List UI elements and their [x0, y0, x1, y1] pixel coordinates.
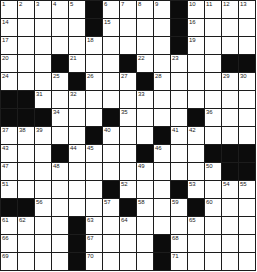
- black-cell-r9c14: [222, 145, 238, 162]
- cell-r5c8[interactable]: 27: [120, 73, 136, 90]
- clue-number-70: 70: [87, 253, 94, 260]
- cell-r1c10[interactable]: 9: [154, 1, 170, 18]
- cell-r8c8[interactable]: [120, 127, 136, 144]
- clue-number-64: 64: [121, 217, 128, 224]
- cell-r13c11[interactable]: [171, 217, 187, 234]
- clue-number-41: 41: [172, 127, 179, 134]
- clue-number-1: 1: [2, 1, 5, 8]
- cell-r11c10[interactable]: [154, 181, 170, 198]
- cell-r4c3[interactable]: [35, 55, 51, 72]
- clue-number-22: 22: [138, 55, 145, 62]
- cell-r1c1[interactable]: 1: [1, 1, 17, 18]
- cell-r1c15[interactable]: 13: [239, 1, 255, 18]
- cell-r11c1[interactable]: 51: [1, 181, 17, 198]
- clue-number-45: 45: [87, 145, 94, 152]
- clue-number-43: 43: [2, 145, 9, 152]
- cell-r13c7[interactable]: [103, 217, 119, 234]
- cell-r7c6[interactable]: [86, 109, 102, 126]
- cell-r13c10[interactable]: [154, 217, 170, 234]
- clue-number-17: 17: [2, 37, 9, 44]
- cell-r15c1[interactable]: 69: [1, 253, 17, 270]
- cell-r11c4[interactable]: [52, 181, 68, 198]
- clue-number-5: 5: [70, 1, 73, 8]
- clue-number-33: 33: [138, 91, 145, 98]
- cell-r13c8[interactable]: 64: [120, 217, 136, 234]
- clue-number-32: 32: [70, 91, 77, 98]
- clue-number-35: 35: [121, 109, 128, 116]
- crossword-grid: 1234567891011121314151617181920212223242…: [0, 0, 256, 271]
- black-cell-r2c6: [86, 19, 102, 36]
- cell-r14c4[interactable]: [52, 235, 68, 252]
- cell-r8c5[interactable]: [69, 127, 85, 144]
- cell-r6c5[interactable]: 32: [69, 91, 85, 108]
- clue-number-21: 21: [70, 55, 77, 62]
- black-cell-r1c11: [171, 1, 187, 18]
- cell-r13c15[interactable]: [239, 217, 255, 234]
- cell-r8c12[interactable]: 42: [188, 127, 204, 144]
- clue-number-25: 25: [53, 73, 60, 80]
- cell-r12c15[interactable]: [239, 199, 255, 216]
- cell-r8c14[interactable]: [222, 127, 238, 144]
- clue-number-61: 61: [2, 217, 9, 224]
- black-cell-r13c5: [69, 217, 85, 234]
- clue-number-66: 66: [2, 235, 9, 242]
- cell-r14c7[interactable]: [103, 235, 119, 252]
- black-cell-r2c11: [171, 19, 187, 36]
- clue-number-44: 44: [70, 145, 77, 152]
- cell-r11c6[interactable]: [86, 181, 102, 198]
- cell-r14c3[interactable]: [35, 235, 51, 252]
- cell-r8c2[interactable]: 38: [18, 127, 34, 144]
- cell-r6c10[interactable]: [154, 91, 170, 108]
- cell-r6c13[interactable]: [205, 91, 221, 108]
- black-cell-r6c1: [1, 91, 17, 108]
- clue-number-8: 8: [138, 1, 141, 8]
- cell-r12c9[interactable]: 58: [137, 199, 153, 216]
- cell-r4c1[interactable]: 20: [1, 55, 17, 72]
- cell-r2c13[interactable]: [205, 19, 221, 36]
- cell-r12c14[interactable]: [222, 199, 238, 216]
- cell-r8c9[interactable]: [137, 127, 153, 144]
- clue-number-12: 12: [223, 1, 230, 8]
- clue-number-4: 4: [53, 1, 56, 8]
- black-cell-r12c1: [1, 199, 17, 216]
- cell-r11c8[interactable]: 52: [120, 181, 136, 198]
- cell-r14c15[interactable]: [239, 235, 255, 252]
- cell-r9c6[interactable]: 45: [86, 145, 102, 162]
- clue-number-39: 39: [36, 127, 43, 134]
- black-cell-r9c15: [239, 145, 255, 162]
- black-cell-r14c10: [154, 235, 170, 252]
- cell-r13c14[interactable]: [222, 217, 238, 234]
- cell-r6c12[interactable]: [188, 91, 204, 108]
- black-cell-r3c11: [171, 37, 187, 54]
- cell-r13c9[interactable]: [137, 217, 153, 234]
- cell-r2c8[interactable]: [120, 19, 136, 36]
- black-cell-r9c4: [52, 145, 68, 162]
- cell-r2c7[interactable]: 15: [103, 19, 119, 36]
- black-cell-r14c5: [69, 235, 85, 252]
- cell-r14c2[interactable]: [18, 235, 34, 252]
- cell-r4c10[interactable]: [154, 55, 170, 72]
- clue-number-67: 67: [87, 235, 94, 242]
- cell-r10c5[interactable]: [69, 163, 85, 180]
- clue-number-50: 50: [206, 163, 213, 170]
- cell-r5c4[interactable]: 25: [52, 73, 68, 90]
- cell-r2c15[interactable]: [239, 19, 255, 36]
- clue-number-53: 53: [189, 181, 196, 188]
- black-cell-r11c11: [171, 181, 187, 198]
- cell-r2c3[interactable]: [35, 19, 51, 36]
- clue-number-63: 63: [87, 217, 94, 224]
- cell-r1c4[interactable]: 4: [52, 1, 68, 18]
- cell-r5c1[interactable]: 24: [1, 73, 17, 90]
- black-cell-r1c6: [86, 1, 102, 18]
- cell-r15c6[interactable]: 70: [86, 253, 102, 270]
- cell-r3c13[interactable]: [205, 37, 221, 54]
- cell-r3c1[interactable]: 17: [1, 37, 17, 54]
- cell-r11c13[interactable]: [205, 181, 221, 198]
- clue-number-34: 34: [53, 109, 60, 116]
- cell-r3c5[interactable]: [69, 37, 85, 54]
- cell-r13c4[interactable]: [52, 217, 68, 234]
- cell-r3c9[interactable]: [137, 37, 153, 54]
- cell-r14c11[interactable]: 68: [171, 235, 187, 252]
- cell-r3c2[interactable]: [18, 37, 34, 54]
- black-cell-r12c2: [18, 199, 34, 216]
- cell-r10c6[interactable]: [86, 163, 102, 180]
- black-cell-r7c2: [18, 109, 34, 126]
- cell-r10c2[interactable]: [18, 163, 34, 180]
- cell-r2c4[interactable]: [52, 19, 68, 36]
- clue-number-55: 55: [240, 181, 247, 188]
- cell-r4c9[interactable]: 22: [137, 55, 153, 72]
- clue-number-19: 19: [189, 37, 196, 44]
- cell-r14c9[interactable]: [137, 235, 153, 252]
- clue-number-26: 26: [87, 73, 94, 80]
- cell-r6c9[interactable]: 33: [137, 91, 153, 108]
- black-cell-r6c2: [18, 91, 34, 108]
- cell-r15c4[interactable]: [52, 253, 68, 270]
- cell-r14c14[interactable]: [222, 235, 238, 252]
- cell-r4c2[interactable]: [18, 55, 34, 72]
- black-cell-r15c10: [154, 253, 170, 270]
- cell-r10c12[interactable]: [188, 163, 204, 180]
- cell-r9c7[interactable]: [103, 145, 119, 162]
- cell-r9c11[interactable]: [171, 145, 187, 162]
- cell-r6c14[interactable]: [222, 91, 238, 108]
- black-cell-r4c4: [52, 55, 68, 72]
- cell-r15c3[interactable]: [35, 253, 51, 270]
- black-cell-r9c13: [205, 145, 221, 162]
- cell-r8c1[interactable]: 37: [1, 127, 17, 144]
- clue-number-2: 2: [19, 1, 22, 8]
- clue-number-16: 16: [189, 19, 196, 26]
- cell-r4c12[interactable]: [188, 55, 204, 72]
- cell-r13c12[interactable]: 65: [188, 217, 204, 234]
- cell-r6c7[interactable]: [103, 91, 119, 108]
- black-cell-r12c8: [120, 199, 136, 216]
- cell-r7c15[interactable]: [239, 109, 255, 126]
- cell-r9c8[interactable]: [120, 145, 136, 162]
- cell-r6c15[interactable]: [239, 91, 255, 108]
- cell-r1c13[interactable]: 11: [205, 1, 221, 18]
- clue-number-58: 58: [138, 199, 145, 206]
- cell-r5c6[interactable]: 26: [86, 73, 102, 90]
- clue-number-13: 13: [240, 1, 247, 8]
- cell-r2c14[interactable]: [222, 19, 238, 36]
- cell-r5c11[interactable]: [171, 73, 187, 90]
- cell-r2c10[interactable]: [154, 19, 170, 36]
- cell-r6c6[interactable]: [86, 91, 102, 108]
- cell-r1c2[interactable]: 2: [18, 1, 34, 18]
- cell-r8c7[interactable]: 40: [103, 127, 119, 144]
- cell-r7c9[interactable]: [137, 109, 153, 126]
- cell-r15c15[interactable]: [239, 253, 255, 270]
- cell-r15c7[interactable]: [103, 253, 119, 270]
- cell-r5c3[interactable]: [35, 73, 51, 90]
- black-cell-r5c5: [69, 73, 85, 90]
- cell-r10c7[interactable]: [103, 163, 119, 180]
- cell-r9c12[interactable]: [188, 145, 204, 162]
- cell-r5c14[interactable]: 29: [222, 73, 238, 90]
- cell-r15c13[interactable]: [205, 253, 221, 270]
- cell-r4c5[interactable]: 21: [69, 55, 85, 72]
- cell-r7c13[interactable]: 36: [205, 109, 221, 126]
- cell-r1c8[interactable]: 7: [120, 1, 136, 18]
- clue-number-56: 56: [36, 199, 43, 206]
- cell-r2c12[interactable]: 16: [188, 19, 204, 36]
- clue-number-49: 49: [138, 163, 145, 170]
- clue-number-9: 9: [155, 1, 158, 8]
- cell-r15c11[interactable]: 71: [171, 253, 187, 270]
- clue-number-37: 37: [2, 127, 9, 134]
- cell-r4c6[interactable]: [86, 55, 102, 72]
- cell-r2c2[interactable]: [18, 19, 34, 36]
- cell-r7c4[interactable]: 34: [52, 109, 68, 126]
- cell-r14c1[interactable]: 66: [1, 235, 17, 252]
- cell-r5c12[interactable]: [188, 73, 204, 90]
- cell-r10c11[interactable]: [171, 163, 187, 180]
- cell-r3c12[interactable]: 19: [188, 37, 204, 54]
- cell-r3c7[interactable]: [103, 37, 119, 54]
- cell-r13c3[interactable]: [35, 217, 51, 234]
- cell-r11c3[interactable]: [35, 181, 51, 198]
- cell-r12c11[interactable]: 59: [171, 199, 187, 216]
- cell-r14c8[interactable]: [120, 235, 136, 252]
- cell-r5c15[interactable]: 30: [239, 73, 255, 90]
- cell-r8c13[interactable]: [205, 127, 221, 144]
- cell-r13c13[interactable]: [205, 217, 221, 234]
- cell-r9c3[interactable]: [35, 145, 51, 162]
- clue-number-20: 20: [2, 55, 9, 62]
- cell-r10c1[interactable]: 47: [1, 163, 17, 180]
- black-cell-r10c14: [222, 163, 238, 180]
- cell-r11c12[interactable]: 53: [188, 181, 204, 198]
- clue-number-11: 11: [206, 1, 212, 8]
- cell-r12c10[interactable]: [154, 199, 170, 216]
- cell-r5c10[interactable]: 28: [154, 73, 170, 90]
- clue-number-46: 46: [155, 145, 162, 152]
- cell-r7c11[interactable]: [171, 109, 187, 126]
- cell-r15c8[interactable]: [120, 253, 136, 270]
- clue-number-23: 23: [172, 55, 179, 62]
- clue-number-65: 65: [189, 217, 196, 224]
- cell-r1c3[interactable]: 3: [35, 1, 51, 18]
- cell-r10c4[interactable]: 48: [52, 163, 68, 180]
- clue-number-30: 30: [240, 73, 247, 80]
- cell-r12c5[interactable]: [69, 199, 85, 216]
- cell-r8c4[interactable]: [52, 127, 68, 144]
- cell-r3c14[interactable]: [222, 37, 238, 54]
- cell-r10c8[interactable]: [120, 163, 136, 180]
- clue-number-31: 31: [36, 91, 43, 98]
- cell-r3c10[interactable]: [154, 37, 170, 54]
- cell-r3c3[interactable]: [35, 37, 51, 54]
- black-cell-r11c7: [103, 181, 119, 198]
- cell-r2c1[interactable]: 14: [1, 19, 17, 36]
- cell-r4c13[interactable]: [205, 55, 221, 72]
- clue-number-48: 48: [53, 163, 60, 170]
- cell-r14c12[interactable]: [188, 235, 204, 252]
- black-cell-r10c15: [239, 163, 255, 180]
- black-cell-r7c1: [1, 109, 17, 126]
- cell-r13c1[interactable]: 61: [1, 217, 17, 234]
- clue-number-3: 3: [36, 1, 39, 8]
- cell-r9c1[interactable]: 43: [1, 145, 17, 162]
- clue-number-6: 6: [104, 1, 107, 8]
- cell-r7c8[interactable]: 35: [120, 109, 136, 126]
- cell-r11c14[interactable]: 54: [222, 181, 238, 198]
- clue-number-29: 29: [223, 73, 230, 80]
- cell-r15c2[interactable]: [18, 253, 34, 270]
- cell-r8c15[interactable]: [239, 127, 255, 144]
- cell-r9c5[interactable]: 44: [69, 145, 85, 162]
- black-cell-r12c12: [188, 199, 204, 216]
- cell-r4c7[interactable]: [103, 55, 119, 72]
- clue-number-18: 18: [87, 37, 94, 44]
- cell-r11c9[interactable]: [137, 181, 153, 198]
- black-cell-r9c9: [137, 145, 153, 162]
- cell-r9c2[interactable]: [18, 145, 34, 162]
- cell-r3c6[interactable]: 18: [86, 37, 102, 54]
- cell-r2c9[interactable]: [137, 19, 153, 36]
- cell-r13c6[interactable]: 63: [86, 217, 102, 234]
- cell-r12c3[interactable]: 56: [35, 199, 51, 216]
- clue-number-15: 15: [104, 19, 111, 26]
- cell-r6c4[interactable]: [52, 91, 68, 108]
- clue-number-71: 71: [172, 253, 179, 260]
- cell-r3c4[interactable]: [52, 37, 68, 54]
- cell-r6c11[interactable]: [171, 91, 187, 108]
- cell-r4c11[interactable]: 23: [171, 55, 187, 72]
- cell-r14c13[interactable]: [205, 235, 221, 252]
- clue-number-24: 24: [2, 73, 9, 80]
- cell-r10c9[interactable]: 49: [137, 163, 153, 180]
- cell-r7c5[interactable]: [69, 109, 85, 126]
- cell-r15c14[interactable]: [222, 253, 238, 270]
- clue-number-69: 69: [2, 253, 9, 260]
- clue-number-14: 14: [2, 19, 9, 26]
- cell-r5c7[interactable]: [103, 73, 119, 90]
- cell-r13c2[interactable]: 62: [18, 217, 34, 234]
- clue-number-54: 54: [223, 181, 230, 188]
- cell-r11c2[interactable]: [18, 181, 34, 198]
- cell-r12c6[interactable]: [86, 199, 102, 216]
- black-cell-r7c3: [35, 109, 51, 126]
- cell-r11c5[interactable]: [69, 181, 85, 198]
- cell-r8c3[interactable]: 39: [35, 127, 51, 144]
- cell-r8c11[interactable]: 41: [171, 127, 187, 144]
- cell-r1c14[interactable]: 12: [222, 1, 238, 18]
- cell-r10c13[interactable]: 50: [205, 163, 221, 180]
- black-cell-r4c8: [120, 55, 136, 72]
- cell-r7c10[interactable]: [154, 109, 170, 126]
- clue-number-60: 60: [206, 199, 213, 206]
- cell-r11c15[interactable]: 55: [239, 181, 255, 198]
- cell-r12c7[interactable]: 57: [103, 199, 119, 216]
- clue-number-68: 68: [172, 235, 179, 242]
- clue-number-7: 7: [121, 1, 124, 8]
- clue-number-10: 10: [189, 1, 196, 8]
- clue-number-62: 62: [19, 217, 26, 224]
- cell-r7c14[interactable]: [222, 109, 238, 126]
- cell-r1c12[interactable]: 10: [188, 1, 204, 18]
- clue-number-42: 42: [189, 127, 196, 134]
- cell-r10c10[interactable]: [154, 163, 170, 180]
- clue-number-47: 47: [2, 163, 9, 170]
- cell-r5c2[interactable]: [18, 73, 34, 90]
- crossword-board: 1234567891011121314151617181920212223242…: [0, 0, 257, 272]
- black-cell-r8c10: [154, 127, 170, 144]
- cell-r6c3[interactable]: 31: [35, 91, 51, 108]
- black-cell-r7c7: [103, 109, 119, 126]
- cell-r10c3[interactable]: [35, 163, 51, 180]
- clue-number-36: 36: [206, 109, 213, 116]
- cell-r15c9[interactable]: [137, 253, 153, 270]
- black-cell-r4c15: [239, 55, 255, 72]
- cell-r9c10[interactable]: 46: [154, 145, 170, 162]
- cell-r14c6[interactable]: 67: [86, 235, 102, 252]
- black-cell-r4c14: [222, 55, 238, 72]
- cell-r5c13[interactable]: [205, 73, 221, 90]
- clue-number-38: 38: [19, 127, 26, 134]
- clue-number-52: 52: [121, 181, 128, 188]
- cell-r3c15[interactable]: [239, 37, 255, 54]
- clue-number-51: 51: [2, 181, 9, 188]
- clue-number-59: 59: [172, 199, 179, 206]
- clue-number-40: 40: [104, 127, 111, 134]
- cell-r1c5[interactable]: 5: [69, 1, 85, 18]
- clue-number-27: 27: [121, 73, 128, 80]
- black-cell-r7c12: [188, 109, 204, 126]
- black-cell-r5c9: [137, 73, 153, 90]
- black-cell-r8c6: [86, 127, 102, 144]
- cell-r1c9[interactable]: 8: [137, 1, 153, 18]
- cell-r12c13[interactable]: 60: [205, 199, 221, 216]
- cell-r3c8[interactable]: [120, 37, 136, 54]
- cell-r1c7[interactable]: 6: [103, 1, 119, 18]
- cell-r2c5[interactable]: [69, 19, 85, 36]
- cell-r12c4[interactable]: [52, 199, 68, 216]
- clue-number-57: 57: [104, 199, 111, 206]
- cell-r15c12[interactable]: [188, 253, 204, 270]
- clue-number-28: 28: [155, 73, 162, 80]
- black-cell-r15c5: [69, 253, 85, 270]
- cell-r6c8[interactable]: [120, 91, 136, 108]
